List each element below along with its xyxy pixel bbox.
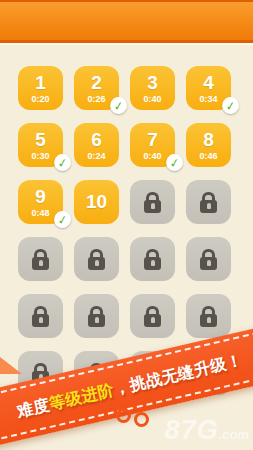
lock-icon	[144, 200, 161, 213]
level-best-time: 0:40	[143, 94, 161, 104]
level-best-time: 0:24	[87, 151, 105, 161]
locked-level-button[interactable]	[18, 294, 63, 338]
lock-icon	[32, 314, 49, 327]
banner-text-white-2: ，挑战无缝升级！	[112, 351, 244, 397]
site-watermark: 87G .com	[165, 415, 249, 446]
watermark-brand: 87G	[165, 415, 219, 446]
game-screen: < 入门 中等 大师 10:2020:26✓30:4040:34✓50:30✓6…	[0, 0, 253, 450]
level-number: 3	[147, 73, 158, 93]
top-bar-highlight	[0, 43, 253, 45]
level-button-3[interactable]: 30:40	[130, 66, 175, 110]
lock-icon	[144, 257, 161, 270]
ribbon-ring-decoration	[116, 408, 131, 423]
level-button-6[interactable]: 60:24	[74, 123, 119, 167]
locked-level-button[interactable]	[74, 237, 119, 281]
level-number: 4	[203, 73, 214, 93]
level-number: 9	[35, 187, 46, 207]
level-number: 10	[86, 192, 107, 212]
locked-level-button[interactable]	[130, 237, 175, 281]
locked-level-button[interactable]	[186, 180, 231, 224]
check-badge-icon: ✓	[165, 153, 184, 172]
level-best-time: 0:20	[31, 94, 49, 104]
lock-icon	[88, 257, 105, 270]
lock-icon	[200, 257, 217, 270]
level-button-4[interactable]: 40:34✓	[186, 66, 231, 110]
level-number: 6	[91, 130, 102, 150]
level-number: 7	[147, 130, 158, 150]
banner-text-yellow: 等级进阶	[47, 380, 115, 411]
level-best-time: 0:30	[31, 151, 49, 161]
level-number: 5	[35, 130, 46, 150]
ribbon-ring-decoration	[134, 412, 149, 427]
lock-icon	[200, 314, 217, 327]
locked-level-button[interactable]	[130, 294, 175, 338]
level-number: 2	[91, 73, 102, 93]
check-badge-icon: ✓	[109, 96, 128, 115]
level-button-10[interactable]: 10	[74, 180, 119, 224]
level-button-8[interactable]: 80:46	[186, 123, 231, 167]
check-badge-icon: ✓	[221, 96, 240, 115]
check-badge-icon: ✓	[53, 210, 72, 229]
level-button-1[interactable]: 10:20	[18, 66, 63, 110]
level-best-time: 0:34	[199, 94, 217, 104]
locked-level-button[interactable]	[186, 237, 231, 281]
watermark-suffix: .com	[219, 427, 249, 442]
level-button-7[interactable]: 70:40✓	[130, 123, 175, 167]
banner-text-white-1: 难度	[15, 395, 51, 419]
level-button-9[interactable]: 90:48✓	[18, 180, 63, 224]
locked-level-button[interactable]	[18, 237, 63, 281]
lock-icon	[200, 200, 217, 213]
lock-icon	[32, 257, 49, 270]
locked-level-button[interactable]	[74, 294, 119, 338]
check-badge-icon: ✓	[53, 153, 72, 172]
locked-level-button[interactable]	[130, 180, 175, 224]
level-number: 1	[35, 73, 46, 93]
level-button-5[interactable]: 50:30✓	[18, 123, 63, 167]
lock-icon	[88, 314, 105, 327]
locked-level-button[interactable]	[186, 294, 231, 338]
top-bar	[0, 0, 253, 43]
level-best-time: 0:40	[143, 151, 161, 161]
level-button-2[interactable]: 20:26✓	[74, 66, 119, 110]
level-best-time: 0:48	[31, 208, 49, 218]
lock-icon	[144, 314, 161, 327]
level-best-time: 0:26	[87, 94, 105, 104]
level-number: 8	[203, 130, 214, 150]
level-best-time: 0:46	[199, 151, 217, 161]
